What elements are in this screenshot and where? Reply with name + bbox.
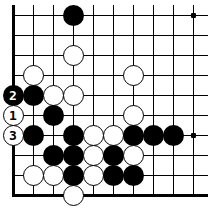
intersection	[163, 5, 183, 25]
star-point	[191, 133, 196, 138]
intersection	[163, 105, 183, 125]
intersection	[23, 45, 43, 65]
white-stone	[23, 165, 44, 186]
intersection	[3, 165, 23, 185]
intersection	[43, 145, 63, 165]
black-stone	[43, 145, 64, 166]
intersection: 2	[3, 85, 23, 105]
intersection	[103, 165, 123, 185]
white-stone	[43, 165, 64, 186]
board-grid: 213	[3, 5, 203, 205]
intersection	[63, 125, 83, 145]
intersection	[63, 5, 83, 25]
intersection	[143, 145, 163, 165]
intersection	[43, 65, 63, 85]
intersection	[183, 25, 203, 45]
intersection	[123, 145, 143, 165]
black-stone	[123, 125, 144, 146]
intersection	[163, 85, 183, 105]
intersection	[163, 25, 183, 45]
black-stone	[43, 105, 64, 126]
move-number: 2	[9, 89, 17, 102]
white-stone	[123, 145, 144, 166]
intersection	[43, 25, 63, 45]
intersection	[143, 125, 163, 145]
intersection	[3, 5, 23, 25]
intersection	[183, 5, 203, 25]
intersection	[3, 25, 23, 45]
intersection	[103, 105, 123, 125]
intersection: 3	[3, 125, 23, 145]
intersection	[3, 185, 23, 205]
white-stone	[103, 125, 124, 146]
intersection	[103, 25, 123, 45]
go-board: 213	[0, 0, 210, 210]
intersection	[183, 185, 203, 205]
intersection	[143, 85, 163, 105]
intersection	[3, 65, 23, 85]
intersection	[63, 65, 83, 85]
intersection	[163, 45, 183, 65]
white-stone	[23, 65, 44, 86]
intersection	[103, 85, 123, 105]
intersection	[3, 45, 23, 65]
intersection	[143, 45, 163, 65]
black-stone	[103, 165, 124, 186]
intersection	[123, 105, 143, 125]
intersection	[23, 105, 43, 125]
white-stone	[83, 125, 104, 146]
intersection	[143, 165, 163, 185]
intersection	[43, 85, 63, 105]
intersection	[83, 125, 103, 145]
intersection	[43, 125, 63, 145]
intersection	[103, 5, 123, 25]
intersection	[103, 185, 123, 205]
intersection	[163, 65, 183, 85]
intersection	[23, 65, 43, 85]
intersection	[83, 165, 103, 185]
intersection	[23, 25, 43, 45]
white-stone	[63, 45, 84, 66]
intersection	[163, 125, 183, 145]
black-stone	[143, 125, 164, 146]
intersection	[103, 125, 123, 145]
intersection	[123, 45, 143, 65]
intersection	[43, 165, 63, 185]
move-stone-2: 2	[3, 85, 24, 106]
intersection	[123, 25, 143, 45]
intersection	[63, 25, 83, 45]
intersection	[163, 185, 183, 205]
intersection	[103, 45, 123, 65]
black-stone	[63, 145, 84, 166]
intersection	[123, 65, 143, 85]
intersection	[143, 65, 163, 85]
black-stone	[23, 85, 44, 106]
intersection	[43, 185, 63, 205]
white-stone	[83, 165, 104, 186]
move-stone-1: 1	[3, 105, 24, 126]
intersection	[83, 105, 103, 125]
intersection	[43, 5, 63, 25]
move-number: 1	[9, 109, 17, 122]
intersection	[83, 45, 103, 65]
black-stone	[63, 165, 84, 186]
intersection	[183, 105, 203, 125]
intersection	[23, 185, 43, 205]
intersection	[143, 105, 163, 125]
intersection	[23, 85, 43, 105]
intersection	[83, 145, 103, 165]
black-stone	[63, 5, 84, 26]
intersection	[63, 85, 83, 105]
intersection	[63, 165, 83, 185]
intersection	[23, 165, 43, 185]
intersection	[183, 125, 203, 145]
intersection	[63, 105, 83, 125]
intersection	[183, 145, 203, 165]
white-stone	[123, 65, 144, 86]
intersection	[83, 5, 103, 25]
intersection	[163, 145, 183, 165]
intersection	[183, 65, 203, 85]
black-stone	[103, 145, 124, 166]
intersection	[123, 185, 143, 205]
intersection	[63, 145, 83, 165]
intersection	[123, 165, 143, 185]
intersection	[103, 145, 123, 165]
intersection	[83, 185, 103, 205]
white-stone	[43, 85, 64, 106]
intersection	[143, 185, 163, 205]
black-stone	[23, 125, 44, 146]
white-stone	[63, 185, 84, 206]
black-stone	[63, 125, 84, 146]
star-point	[191, 13, 196, 18]
white-stone	[123, 105, 144, 126]
intersection	[83, 85, 103, 105]
white-stone	[63, 85, 84, 106]
intersection	[183, 85, 203, 105]
intersection: 1	[3, 105, 23, 125]
intersection	[123, 85, 143, 105]
move-number: 3	[9, 129, 17, 142]
intersection	[83, 65, 103, 85]
intersection	[3, 145, 23, 165]
intersection	[23, 5, 43, 25]
black-stone	[163, 125, 184, 146]
move-stone-3: 3	[3, 125, 24, 146]
intersection	[123, 125, 143, 145]
intersection	[23, 125, 43, 145]
intersection	[123, 5, 143, 25]
intersection	[63, 45, 83, 65]
intersection	[63, 185, 83, 205]
intersection	[43, 45, 63, 65]
intersection	[143, 5, 163, 25]
intersection	[143, 25, 163, 45]
intersection	[183, 45, 203, 65]
intersection	[183, 165, 203, 185]
intersection	[83, 25, 103, 45]
white-stone	[83, 145, 104, 166]
black-stone	[123, 165, 144, 186]
intersection	[43, 105, 63, 125]
intersection	[103, 65, 123, 85]
intersection	[163, 165, 183, 185]
intersection	[23, 145, 43, 165]
